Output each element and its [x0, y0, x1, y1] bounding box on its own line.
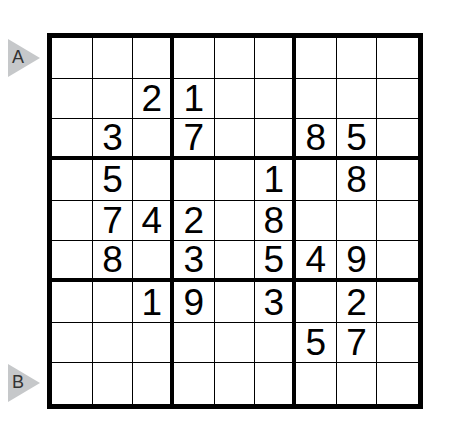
cell-r7c7[interactable] — [296, 282, 337, 323]
cell-r6c5[interactable] — [215, 241, 256, 282]
cell-r3c2[interactable]: 3 — [93, 119, 134, 160]
cell-r3c6[interactable] — [255, 119, 296, 160]
cell-r9c1[interactable] — [52, 363, 93, 404]
cell-r3c8[interactable]: 5 — [337, 119, 378, 160]
cell-r8c1[interactable] — [52, 323, 93, 364]
cell-r8c3[interactable] — [133, 323, 174, 364]
cell-r5c8[interactable] — [337, 201, 378, 242]
cell-r6c4[interactable]: 3 — [174, 241, 215, 282]
cell-r5c2[interactable]: 7 — [93, 201, 134, 242]
cell-r5c7[interactable] — [296, 201, 337, 242]
cell-r4c5[interactable] — [215, 160, 256, 201]
cell-r1c7[interactable] — [296, 38, 337, 79]
cell-r7c2[interactable] — [93, 282, 134, 323]
cell-r5c5[interactable] — [215, 201, 256, 242]
cell-r5c6[interactable]: 8 — [255, 201, 296, 242]
cell-r9c7[interactable] — [296, 363, 337, 404]
cell-r7c4[interactable]: 9 — [174, 282, 215, 323]
cell-r2c1[interactable] — [52, 79, 93, 120]
cell-r1c5[interactable] — [215, 38, 256, 79]
cell-r9c8[interactable] — [337, 363, 378, 404]
cell-r4c7[interactable] — [296, 160, 337, 201]
cell-r3c7[interactable]: 8 — [296, 119, 337, 160]
cell-r2c3[interactable]: 2 — [133, 79, 174, 120]
cell-r6c1[interactable] — [52, 241, 93, 282]
cell-r7c5[interactable] — [215, 282, 256, 323]
cell-r7c9[interactable] — [377, 282, 418, 323]
row-marker-b-label: B — [12, 372, 24, 393]
cell-r4c4[interactable] — [174, 160, 215, 201]
cell-r2c7[interactable] — [296, 79, 337, 120]
cell-r9c6[interactable] — [255, 363, 296, 404]
cell-r7c6[interactable]: 3 — [255, 282, 296, 323]
cell-r8c4[interactable] — [174, 323, 215, 364]
cell-r9c2[interactable] — [93, 363, 134, 404]
cell-r7c8[interactable]: 2 — [337, 282, 378, 323]
cell-r6c7[interactable]: 4 — [296, 241, 337, 282]
cell-r6c8[interactable]: 9 — [337, 241, 378, 282]
cell-r4c2[interactable]: 5 — [93, 160, 134, 201]
cell-r2c9[interactable] — [377, 79, 418, 120]
cell-r8c6[interactable] — [255, 323, 296, 364]
cell-r1c3[interactable] — [133, 38, 174, 79]
cell-r8c9[interactable] — [377, 323, 418, 364]
cell-r3c5[interactable] — [215, 119, 256, 160]
cell-r9c9[interactable] — [377, 363, 418, 404]
cell-r5c3[interactable]: 4 — [133, 201, 174, 242]
cell-r2c5[interactable] — [215, 79, 256, 120]
cell-r1c4[interactable] — [174, 38, 215, 79]
cell-r7c1[interactable] — [52, 282, 93, 323]
cell-r2c2[interactable] — [93, 79, 134, 120]
cell-r1c9[interactable] — [377, 38, 418, 79]
cell-r8c8[interactable]: 7 — [337, 323, 378, 364]
row-marker-b: B — [8, 364, 40, 402]
row-marker-a: A — [8, 39, 40, 77]
cell-r7c3[interactable]: 1 — [133, 282, 174, 323]
cell-r9c3[interactable] — [133, 363, 174, 404]
cell-r4c9[interactable] — [377, 160, 418, 201]
cell-r8c7[interactable]: 5 — [296, 323, 337, 364]
sudoku-board: 213785518742883549193257 — [47, 33, 423, 409]
cell-r4c1[interactable] — [52, 160, 93, 201]
cell-r9c4[interactable] — [174, 363, 215, 404]
cell-r8c2[interactable] — [93, 323, 134, 364]
cell-r5c4[interactable]: 2 — [174, 201, 215, 242]
cell-r3c1[interactable] — [52, 119, 93, 160]
cell-r4c8[interactable]: 8 — [337, 160, 378, 201]
cell-r3c3[interactable] — [133, 119, 174, 160]
cell-r2c6[interactable] — [255, 79, 296, 120]
cell-r5c1[interactable] — [52, 201, 93, 242]
cell-r6c9[interactable] — [377, 241, 418, 282]
cell-r5c9[interactable] — [377, 201, 418, 242]
cell-r6c6[interactable]: 5 — [255, 241, 296, 282]
cell-r1c1[interactable] — [52, 38, 93, 79]
cell-r8c5[interactable] — [215, 323, 256, 364]
cell-r1c2[interactable] — [93, 38, 134, 79]
cell-r1c6[interactable] — [255, 38, 296, 79]
cell-r2c4[interactable]: 1 — [174, 79, 215, 120]
cell-r3c4[interactable]: 7 — [174, 119, 215, 160]
cell-r1c8[interactable] — [337, 38, 378, 79]
cell-r3c9[interactable] — [377, 119, 418, 160]
cell-r2c8[interactable] — [337, 79, 378, 120]
cell-r4c3[interactable] — [133, 160, 174, 201]
row-marker-a-label: A — [12, 47, 24, 68]
cell-r6c3[interactable] — [133, 241, 174, 282]
cell-r9c5[interactable] — [215, 363, 256, 404]
cell-r4c6[interactable]: 1 — [255, 160, 296, 201]
cell-r6c2[interactable]: 8 — [93, 241, 134, 282]
